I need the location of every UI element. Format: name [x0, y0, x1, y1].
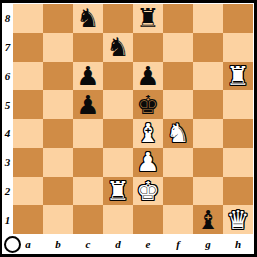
- square-g5[interactable]: [193, 90, 223, 119]
- square-b3[interactable]: [43, 148, 73, 177]
- square-a3[interactable]: [13, 148, 43, 177]
- rank-label-1: 1: [2, 205, 13, 234]
- square-g6[interactable]: [193, 62, 223, 91]
- black-knight[interactable]: ♞: [76, 5, 99, 31]
- square-h2[interactable]: [223, 177, 253, 206]
- square-f4[interactable]: ♞: [163, 119, 193, 148]
- square-d7[interactable]: ♞: [103, 33, 133, 62]
- rank-label-6: 6: [2, 62, 13, 91]
- black-knight[interactable]: ♞: [106, 34, 129, 60]
- chess-board: ♞♜♞♟♟♜♟♚♝♞♟♜♚♝♛: [13, 4, 253, 234]
- black-pawn[interactable]: ♟: [76, 92, 99, 118]
- square-c7[interactable]: [73, 33, 103, 62]
- square-b8[interactable]: [43, 4, 73, 33]
- file-label-f: f: [163, 234, 193, 254]
- square-g3[interactable]: [193, 148, 223, 177]
- file-label-d: d: [103, 234, 133, 254]
- square-h4[interactable]: [223, 119, 253, 148]
- square-d3[interactable]: [103, 148, 133, 177]
- file-label-e: e: [133, 234, 163, 254]
- square-e7[interactable]: [133, 33, 163, 62]
- square-a2[interactable]: [13, 177, 43, 206]
- file-label-c: c: [73, 234, 103, 254]
- square-e2[interactable]: ♚: [133, 177, 163, 206]
- square-h7[interactable]: [223, 33, 253, 62]
- rank-label-4: 4: [2, 119, 13, 148]
- square-g7[interactable]: [193, 33, 223, 62]
- square-f5[interactable]: [163, 90, 193, 119]
- white-queen[interactable]: ♛: [226, 207, 249, 233]
- white-knight[interactable]: ♞: [166, 120, 189, 146]
- square-f8[interactable]: [163, 4, 193, 33]
- black-king[interactable]: ♚: [136, 92, 159, 118]
- square-b7[interactable]: [43, 33, 73, 62]
- rank-label-3: 3: [2, 148, 13, 177]
- black-bishop[interactable]: ♝: [196, 207, 219, 233]
- square-f6[interactable]: [163, 62, 193, 91]
- rank-label-2: 2: [2, 177, 13, 206]
- square-e3[interactable]: ♟: [133, 148, 163, 177]
- square-f7[interactable]: [163, 33, 193, 62]
- square-a1[interactable]: [13, 205, 43, 234]
- square-b1[interactable]: [43, 205, 73, 234]
- chess-diagram-frame: 87654321 ♞♜♞♟♟♜♟♚♝♞♟♜♚♝♛ abcdefgh: [0, 0, 257, 257]
- square-g2[interactable]: [193, 177, 223, 206]
- square-c6[interactable]: ♟: [73, 62, 103, 91]
- rank-labels: 87654321: [2, 4, 13, 234]
- rank-label-8: 8: [2, 4, 13, 33]
- square-c5[interactable]: ♟: [73, 90, 103, 119]
- square-g1[interactable]: ♝: [193, 205, 223, 234]
- square-h8[interactable]: [223, 4, 253, 33]
- square-d6[interactable]: [103, 62, 133, 91]
- black-rook[interactable]: ♜: [136, 5, 159, 31]
- rank-label-5: 5: [2, 90, 13, 119]
- white-to-move-icon: [4, 236, 21, 253]
- square-h5[interactable]: [223, 90, 253, 119]
- square-a4[interactable]: [13, 119, 43, 148]
- square-b4[interactable]: [43, 119, 73, 148]
- square-d4[interactable]: [103, 119, 133, 148]
- white-rook[interactable]: ♜: [106, 178, 129, 204]
- square-d2[interactable]: ♜: [103, 177, 133, 206]
- square-d5[interactable]: [103, 90, 133, 119]
- square-c2[interactable]: [73, 177, 103, 206]
- white-rook[interactable]: ♜: [226, 63, 249, 89]
- white-king[interactable]: ♚: [136, 178, 159, 204]
- square-b2[interactable]: [43, 177, 73, 206]
- square-d1[interactable]: [103, 205, 133, 234]
- square-a5[interactable]: [13, 90, 43, 119]
- file-labels: abcdefgh: [13, 234, 253, 254]
- white-pawn[interactable]: ♟: [136, 149, 159, 175]
- black-pawn[interactable]: ♟: [76, 63, 99, 89]
- square-h3[interactable]: [223, 148, 253, 177]
- diagram-inner-area: 87654321 ♞♜♞♟♟♜♟♚♝♞♟♜♚♝♛ abcdefgh: [2, 3, 254, 254]
- square-a7[interactable]: [13, 33, 43, 62]
- square-h1[interactable]: ♛: [223, 205, 253, 234]
- file-label-g: g: [193, 234, 223, 254]
- square-g8[interactable]: [193, 4, 223, 33]
- square-f3[interactable]: [163, 148, 193, 177]
- square-b5[interactable]: [43, 90, 73, 119]
- square-h6[interactable]: ♜: [223, 62, 253, 91]
- square-c1[interactable]: [73, 205, 103, 234]
- black-pawn[interactable]: ♟: [136, 63, 159, 89]
- square-c3[interactable]: [73, 148, 103, 177]
- square-f2[interactable]: [163, 177, 193, 206]
- rank-label-7: 7: [2, 33, 13, 62]
- file-label-h: h: [223, 234, 253, 254]
- square-g4[interactable]: [193, 119, 223, 148]
- square-e6[interactable]: ♟: [133, 62, 163, 91]
- square-a8[interactable]: [13, 4, 43, 33]
- file-label-b: b: [43, 234, 73, 254]
- square-a6[interactable]: [13, 62, 43, 91]
- square-e1[interactable]: [133, 205, 163, 234]
- square-f1[interactable]: [163, 205, 193, 234]
- square-e8[interactable]: ♜: [133, 4, 163, 33]
- square-c4[interactable]: [73, 119, 103, 148]
- white-bishop[interactable]: ♝: [136, 120, 159, 146]
- square-e4[interactable]: ♝: [133, 119, 163, 148]
- square-b6[interactable]: [43, 62, 73, 91]
- square-d8[interactable]: [103, 4, 133, 33]
- square-e5[interactable]: ♚: [133, 90, 163, 119]
- square-c8[interactable]: ♞: [73, 4, 103, 33]
